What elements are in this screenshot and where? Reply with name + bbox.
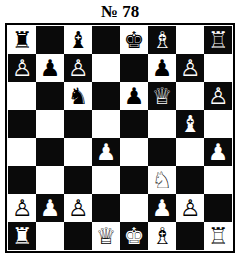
square-f6: ♕: [148, 82, 176, 110]
square-h3: [204, 166, 232, 194]
white-pawn-piece: ♙: [12, 194, 33, 222]
square-a8: ♜: [8, 26, 36, 54]
black-rook-piece: ♖: [208, 26, 229, 54]
square-d6: [92, 82, 120, 110]
white-pawn-piece: ♟: [152, 194, 173, 222]
square-a4: [8, 138, 36, 166]
square-f7: ♟: [148, 54, 176, 82]
square-e4: [120, 138, 148, 166]
square-a2: ♙: [8, 194, 36, 222]
black-pawn-piece: ♟: [124, 82, 145, 110]
square-h7: [204, 54, 232, 82]
square-e1: ♚: [120, 222, 148, 250]
square-f8: ♗: [148, 26, 176, 54]
square-g1: [176, 222, 204, 250]
square-b4: [36, 138, 64, 166]
white-pawn-piece: ♙: [180, 194, 201, 222]
square-d8: [92, 26, 120, 54]
square-f2: ♟: [148, 194, 176, 222]
white-rook-piece: ♖: [208, 222, 229, 250]
square-g3: [176, 166, 204, 194]
square-g2: ♙: [176, 194, 204, 222]
square-d2: [92, 194, 120, 222]
black-bishop-piece: ♗: [152, 26, 173, 54]
square-b3: [36, 166, 64, 194]
square-f5: [148, 110, 176, 138]
square-d5: [92, 110, 120, 138]
square-e3: [120, 166, 148, 194]
square-e6: ♟: [120, 82, 148, 110]
black-pawn-piece: ♟: [152, 54, 173, 82]
square-e8: ♚: [120, 26, 148, 54]
square-b5: [36, 110, 64, 138]
black-queen-piece: ♕: [152, 82, 173, 110]
square-a5: [8, 110, 36, 138]
square-f1: ♗: [148, 222, 176, 250]
square-h2: [204, 194, 232, 222]
black-pawn-piece: ♟: [40, 54, 61, 82]
square-e7: [120, 54, 148, 82]
square-g4: [176, 138, 204, 166]
white-pawn-piece: ♟: [40, 194, 61, 222]
white-bishop-piece: ♗: [152, 222, 173, 250]
square-h4: ♟: [204, 138, 232, 166]
square-h8: ♖: [204, 26, 232, 54]
square-b7: ♟: [36, 54, 64, 82]
black-pawn-piece: ♙: [68, 54, 89, 82]
square-e5: [120, 110, 148, 138]
square-g6: [176, 82, 204, 110]
square-d1: ♕: [92, 222, 120, 250]
square-g7: ♙: [176, 54, 204, 82]
white-pawn-piece: ♙: [68, 194, 89, 222]
square-d4: ♟: [92, 138, 120, 166]
square-c6: ♞: [64, 82, 92, 110]
white-bishop-piece: ♝: [180, 110, 201, 138]
square-b1: [36, 222, 64, 250]
square-a6: [8, 82, 36, 110]
square-b6: [36, 82, 64, 110]
puzzle-number-title: № 78: [0, 0, 240, 22]
square-a1: ♜: [8, 222, 36, 250]
black-rook-piece: ♜: [12, 26, 33, 54]
white-king-piece: ♚: [124, 222, 145, 250]
black-king-piece: ♚: [124, 26, 145, 54]
black-bishop-piece: ♝: [68, 26, 89, 54]
black-pawn-piece: ♙: [12, 54, 33, 82]
white-pawn-piece: ♟: [96, 138, 117, 166]
square-b8: [36, 26, 64, 54]
white-queen-piece: ♕: [96, 222, 117, 250]
square-c7: ♙: [64, 54, 92, 82]
square-c3: [64, 166, 92, 194]
square-h6: ♙: [204, 82, 232, 110]
square-g5: ♝: [176, 110, 204, 138]
square-c2: ♙: [64, 194, 92, 222]
square-c5: [64, 110, 92, 138]
black-pawn-piece: ♙: [208, 82, 229, 110]
board-frame: ♜♝♚♗♖♙♟♙♟♙♞♟♕♙♝♟♟♘♙♟♙♟♙♜♕♚♗♖: [5, 23, 235, 253]
square-d3: [92, 166, 120, 194]
square-f4: [148, 138, 176, 166]
square-a7: ♙: [8, 54, 36, 82]
black-pawn-piece: ♙: [180, 54, 201, 82]
square-e2: [120, 194, 148, 222]
square-h1: ♖: [204, 222, 232, 250]
square-b2: ♟: [36, 194, 64, 222]
square-c1: [64, 222, 92, 250]
square-g8: [176, 26, 204, 54]
white-knight-piece: ♘: [152, 166, 173, 194]
square-a3: [8, 166, 36, 194]
white-rook-piece: ♜: [12, 222, 33, 250]
square-f3: ♘: [148, 166, 176, 194]
white-pawn-piece: ♟: [208, 138, 229, 166]
square-h5: [204, 110, 232, 138]
square-d7: [92, 54, 120, 82]
chess-board: ♜♝♚♗♖♙♟♙♟♙♞♟♕♙♝♟♟♘♙♟♙♟♙♜♕♚♗♖: [8, 26, 232, 250]
square-c4: [64, 138, 92, 166]
black-knight-piece: ♞: [68, 82, 89, 110]
square-c8: ♝: [64, 26, 92, 54]
